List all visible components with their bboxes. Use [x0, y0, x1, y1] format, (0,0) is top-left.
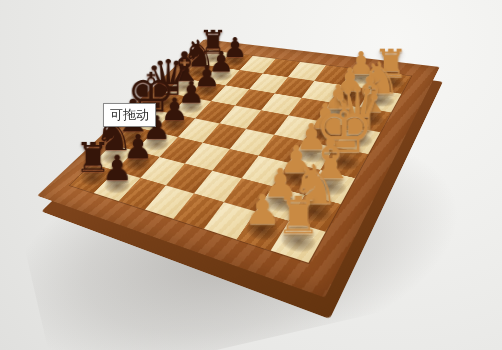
board-scene: ♜♟♟♜♞♟♟♞♝♟♟♝♛♟♟♛♚♟♟♚♝♟♟♝♞♟♟♞♜♟♟♜ 可拖动 [0, 0, 502, 350]
white-rook[interactable]: ♜ [270, 156, 327, 241]
draggable-tooltip: 可拖动 [103, 103, 156, 127]
